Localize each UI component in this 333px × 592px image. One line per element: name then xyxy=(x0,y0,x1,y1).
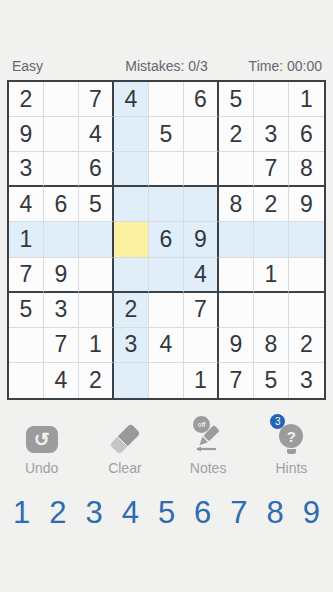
cell-r5c1[interactable]: 1 xyxy=(9,222,44,257)
cell-r3c3[interactable]: 6 xyxy=(79,152,114,187)
cell-r1c7[interactable]: 5 xyxy=(219,82,254,117)
cell-r2c7[interactable]: 2 xyxy=(219,117,254,152)
notes-label: Notes xyxy=(190,460,227,476)
cell-r7c5[interactable] xyxy=(149,293,184,328)
cell-r2c3[interactable]: 4 xyxy=(79,117,114,152)
cell-r9c7[interactable]: 7 xyxy=(219,363,254,398)
cell-r6c2[interactable]: 9 xyxy=(44,258,79,293)
status-bar: Easy Mistakes: 0/3 Time: 00:00 xyxy=(0,55,333,79)
cell-r9c5[interactable] xyxy=(149,363,184,398)
cell-r3c6[interactable] xyxy=(184,152,219,187)
cell-r9c8[interactable]: 5 xyxy=(254,363,289,398)
number-pad: 123456789 xyxy=(0,490,333,534)
cell-r4c6[interactable] xyxy=(184,187,219,222)
cell-r5c2[interactable] xyxy=(44,222,79,257)
cell-r3c4[interactable] xyxy=(114,152,149,187)
cell-r6c9[interactable] xyxy=(289,258,324,293)
cell-r4c3[interactable]: 5 xyxy=(79,187,114,222)
cell-r7c6[interactable]: 7 xyxy=(184,293,219,328)
cell-r2c8[interactable]: 3 xyxy=(254,117,289,152)
cell-r8c8[interactable]: 8 xyxy=(254,328,289,363)
clear-label: Clear xyxy=(108,460,141,476)
cell-r9c4[interactable] xyxy=(114,363,149,398)
toolbar: ↺ Undo Clear off Not xyxy=(0,414,333,476)
cell-r5c8[interactable] xyxy=(254,222,289,257)
cell-r3c1[interactable]: 3 xyxy=(9,152,44,187)
cell-r2c5[interactable]: 5 xyxy=(149,117,184,152)
cell-r4c4[interactable] xyxy=(114,187,149,222)
cell-r8c6[interactable] xyxy=(184,328,219,363)
cell-r2c2[interactable] xyxy=(44,117,79,152)
hints-label: Hints xyxy=(275,460,307,476)
cell-r3c9[interactable]: 8 xyxy=(289,152,324,187)
undo-label: Undo xyxy=(25,460,58,476)
cell-r5c3[interactable] xyxy=(79,222,114,257)
numpad-5[interactable]: 5 xyxy=(158,497,175,528)
cell-r1c2[interactable] xyxy=(44,82,79,117)
cell-r1c5[interactable] xyxy=(149,82,184,117)
cell-r1c6[interactable]: 6 xyxy=(184,82,219,117)
numpad-2[interactable]: 2 xyxy=(49,497,66,528)
cell-r6c1[interactable]: 7 xyxy=(9,258,44,293)
numpad-9[interactable]: 9 xyxy=(303,497,320,528)
notes-off-badge: off xyxy=(193,416,210,433)
cell-r1c8[interactable] xyxy=(254,82,289,117)
cell-r6c6[interactable]: 4 xyxy=(184,258,219,293)
cell-r8c7[interactable]: 9 xyxy=(219,328,254,363)
cell-r8c2[interactable]: 7 xyxy=(44,328,79,363)
cell-r9c3[interactable]: 2 xyxy=(79,363,114,398)
numpad-1[interactable]: 1 xyxy=(13,497,30,528)
cell-r7c8[interactable] xyxy=(254,293,289,328)
cell-r4c7[interactable]: 8 xyxy=(219,187,254,222)
cell-r4c1[interactable]: 4 xyxy=(9,187,44,222)
cell-r6c3[interactable] xyxy=(79,258,114,293)
numpad-6[interactable]: 6 xyxy=(194,497,211,528)
eraser-icon xyxy=(109,423,140,454)
cell-r5c5[interactable]: 6 xyxy=(149,222,184,257)
cell-r7c3[interactable] xyxy=(79,293,114,328)
cell-r8c9[interactable]: 2 xyxy=(289,328,324,363)
cell-r5c9[interactable] xyxy=(289,222,324,257)
cell-r8c4[interactable]: 3 xyxy=(114,328,149,363)
sudoku-app: Easy Mistakes: 0/3 Time: 00:00 274651945… xyxy=(0,0,333,592)
undo-button[interactable]: ↺ Undo xyxy=(0,423,83,476)
cell-r5c4[interactable] xyxy=(114,222,149,257)
cell-r4c5[interactable] xyxy=(149,187,184,222)
cell-r6c8[interactable]: 1 xyxy=(254,258,289,293)
cell-r3c7[interactable] xyxy=(219,152,254,187)
clear-button[interactable]: Clear xyxy=(83,423,166,476)
cell-r6c7[interactable] xyxy=(219,258,254,293)
cell-r6c4[interactable] xyxy=(114,258,149,293)
cell-r2c4[interactable] xyxy=(114,117,149,152)
cell-r9c1[interactable] xyxy=(9,363,44,398)
cell-r9c6[interactable]: 1 xyxy=(184,363,219,398)
timer-label: Time: 00:00 xyxy=(249,58,322,74)
undo-icon: ↺ xyxy=(26,426,58,453)
cell-r4c9[interactable]: 9 xyxy=(289,187,324,222)
cell-r8c3[interactable]: 1 xyxy=(79,328,114,363)
cell-r8c5[interactable]: 4 xyxy=(149,328,184,363)
cell-r1c1[interactable]: 2 xyxy=(9,82,44,117)
numpad-3[interactable]: 3 xyxy=(85,497,102,528)
cell-r6c5[interactable] xyxy=(149,258,184,293)
cell-r5c7[interactable] xyxy=(219,222,254,257)
hint-bulb-icon: ? xyxy=(279,424,303,454)
cell-r2c6[interactable] xyxy=(184,117,219,152)
cell-r4c2[interactable]: 6 xyxy=(44,187,79,222)
hints-button[interactable]: ? 3 Hints xyxy=(250,423,333,476)
cell-r3c2[interactable] xyxy=(44,152,79,187)
cell-r7c7[interactable] xyxy=(219,293,254,328)
cell-r7c9[interactable] xyxy=(289,293,324,328)
cell-r1c9[interactable]: 1 xyxy=(289,82,324,117)
cell-r1c4[interactable]: 4 xyxy=(114,82,149,117)
cell-r7c1[interactable]: 5 xyxy=(9,293,44,328)
numpad-4[interactable]: 4 xyxy=(122,497,139,528)
cell-r2c9[interactable]: 6 xyxy=(289,117,324,152)
cell-r9c9[interactable]: 3 xyxy=(289,363,324,398)
cell-r4c8[interactable]: 2 xyxy=(254,187,289,222)
cell-r8c1[interactable] xyxy=(9,328,44,363)
numpad-7[interactable]: 7 xyxy=(230,497,247,528)
cell-r2c1[interactable]: 9 xyxy=(9,117,44,152)
cell-r3c8[interactable]: 7 xyxy=(254,152,289,187)
cell-r1c3[interactable]: 7 xyxy=(79,82,114,117)
cell-r5c6[interactable]: 9 xyxy=(184,222,219,257)
numpad-8[interactable]: 8 xyxy=(267,497,284,528)
cell-r3c5[interactable] xyxy=(149,152,184,187)
sudoku-grid: 2746519452363678465829169794153277134982… xyxy=(7,80,326,400)
cell-r7c2[interactable]: 3 xyxy=(44,293,79,328)
cell-r7c4[interactable]: 2 xyxy=(114,293,149,328)
cell-r9c2[interactable]: 4 xyxy=(44,363,79,398)
notes-button[interactable]: off Notes xyxy=(167,423,250,476)
